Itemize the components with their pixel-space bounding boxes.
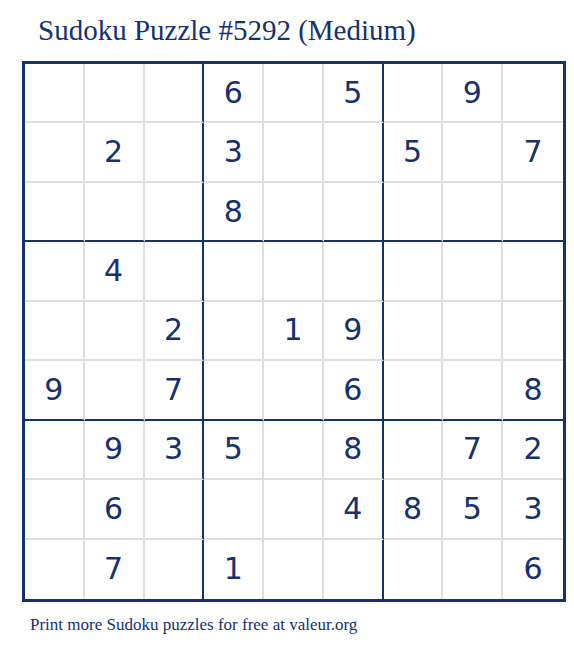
cell-r8c4: [204, 480, 264, 539]
cell-r7c9: 2: [503, 421, 563, 480]
cell-r2c9: 7: [503, 123, 563, 182]
cell-r9c8: [443, 540, 503, 599]
cell-r5c8: [443, 302, 503, 361]
cell-r5c1: [25, 302, 85, 361]
cell-r5c5: 1: [264, 302, 324, 361]
cell-r5c9: [503, 302, 563, 361]
cell-r1c2: [85, 64, 145, 123]
cell-r7c7: [384, 421, 444, 480]
cell-r6c3: 7: [145, 361, 205, 420]
cell-r8c1: [25, 480, 85, 539]
cell-r1c8: 9: [443, 64, 503, 123]
cell-r3c5: [264, 183, 324, 242]
cell-r1c9: [503, 64, 563, 123]
cell-r9c1: [25, 540, 85, 599]
cell-r2c4: 3: [204, 123, 264, 182]
cell-r9c2: 7: [85, 540, 145, 599]
cell-r4c3: [145, 242, 205, 301]
cell-r2c6: [324, 123, 384, 182]
cell-r7c3: 3: [145, 421, 205, 480]
cell-r1c4: 6: [204, 64, 264, 123]
cell-r3c6: [324, 183, 384, 242]
cell-r6c5: [264, 361, 324, 420]
cell-r4c2: 4: [85, 242, 145, 301]
cell-r5c3: 2: [145, 302, 205, 361]
cell-r8c5: [264, 480, 324, 539]
cell-r7c6: 8: [324, 421, 384, 480]
cell-r2c8: [443, 123, 503, 182]
cell-r6c9: 8: [503, 361, 563, 420]
cell-r8c3: [145, 480, 205, 539]
cell-r2c2: 2: [85, 123, 145, 182]
cell-r7c8: 7: [443, 421, 503, 480]
cell-r6c6: 6: [324, 361, 384, 420]
sudoku-grid: 659235784219976893587264853716: [22, 61, 566, 602]
cell-r9c6: [324, 540, 384, 599]
footer-text: Print more Sudoku puzzles for free at va…: [30, 615, 357, 635]
cell-r2c1: [25, 123, 85, 182]
cell-r9c7: [384, 540, 444, 599]
cell-r2c3: [145, 123, 205, 182]
cell-r9c4: 1: [204, 540, 264, 599]
cell-r2c5: [264, 123, 324, 182]
cell-r1c5: [264, 64, 324, 123]
cell-r1c1: [25, 64, 85, 123]
cell-r3c1: [25, 183, 85, 242]
cell-r6c8: [443, 361, 503, 420]
cell-r4c9: [503, 242, 563, 301]
cell-r1c3: [145, 64, 205, 123]
cell-r2c7: 5: [384, 123, 444, 182]
cell-r4c8: [443, 242, 503, 301]
cell-r4c7: [384, 242, 444, 301]
page-title: Sudoku Puzzle #5292 (Medium): [38, 14, 416, 47]
cell-r5c6: 9: [324, 302, 384, 361]
cell-r4c5: [264, 242, 324, 301]
cell-r3c9: [503, 183, 563, 242]
cell-r6c7: [384, 361, 444, 420]
cell-r7c1: [25, 421, 85, 480]
cell-r6c1: 9: [25, 361, 85, 420]
cell-r3c7: [384, 183, 444, 242]
cell-r7c5: [264, 421, 324, 480]
cell-r5c4: [204, 302, 264, 361]
cell-r9c3: [145, 540, 205, 599]
cell-r4c1: [25, 242, 85, 301]
cell-r8c9: 3: [503, 480, 563, 539]
cell-r8c7: 8: [384, 480, 444, 539]
cell-r9c5: [264, 540, 324, 599]
cell-r5c2: [85, 302, 145, 361]
cell-r7c4: 5: [204, 421, 264, 480]
cell-r5c7: [384, 302, 444, 361]
cell-r8c6: 4: [324, 480, 384, 539]
cell-r1c6: 5: [324, 64, 384, 123]
cell-r8c8: 5: [443, 480, 503, 539]
cell-r4c4: [204, 242, 264, 301]
cell-r8c2: 6: [85, 480, 145, 539]
cell-r6c2: [85, 361, 145, 420]
cell-r9c9: 6: [503, 540, 563, 599]
cell-r6c4: [204, 361, 264, 420]
cell-r3c2: [85, 183, 145, 242]
cell-r3c8: [443, 183, 503, 242]
cell-r4c6: [324, 242, 384, 301]
cell-r3c4: 8: [204, 183, 264, 242]
cell-r3c3: [145, 183, 205, 242]
cell-r1c7: [384, 64, 444, 123]
cell-r7c2: 9: [85, 421, 145, 480]
